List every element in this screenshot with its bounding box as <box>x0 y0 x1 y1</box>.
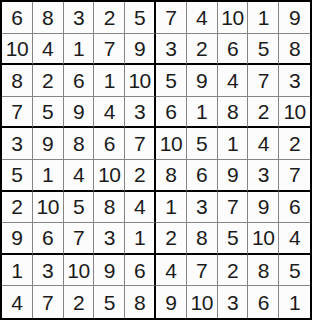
cell-r4c10[interactable]: 10 <box>279 97 310 129</box>
cell-r10c4[interactable]: 5 <box>94 286 125 318</box>
cell-r7c6[interactable]: 1 <box>156 192 187 224</box>
cell-r9c4[interactable]: 9 <box>94 255 125 287</box>
cell-r6c3[interactable]: 4 <box>64 160 95 192</box>
cell-r10c3[interactable]: 2 <box>64 286 95 318</box>
cell-r1c3[interactable]: 3 <box>64 2 95 34</box>
cell-r6c6[interactable]: 8 <box>156 160 187 192</box>
cell-r5c1[interactable]: 3 <box>2 128 33 160</box>
cell-r4c5[interactable]: 3 <box>125 97 156 129</box>
cell-r8c10[interactable]: 4 <box>279 223 310 255</box>
cell-r10c9[interactable]: 6 <box>248 286 279 318</box>
cell-r8c2[interactable]: 6 <box>33 223 64 255</box>
cell-r5c3[interactable]: 8 <box>64 128 95 160</box>
cell-r9c3[interactable]: 10 <box>64 255 95 287</box>
cell-r6c9[interactable]: 3 <box>248 160 279 192</box>
cell-r1c7[interactable]: 4 <box>187 2 218 34</box>
cell-r1c10[interactable]: 9 <box>279 2 310 34</box>
cell-r2c6[interactable]: 3 <box>156 34 187 66</box>
cell-r1c9[interactable]: 1 <box>248 2 279 34</box>
cell-r7c5[interactable]: 4 <box>125 192 156 224</box>
cell-r6c10[interactable]: 7 <box>279 160 310 192</box>
cell-r4c1[interactable]: 7 <box>2 97 33 129</box>
cell-r5c7[interactable]: 5 <box>187 128 218 160</box>
cell-r3c5[interactable]: 10 <box>125 65 156 97</box>
cell-r6c1[interactable]: 5 <box>2 160 33 192</box>
cell-r4c8[interactable]: 8 <box>218 97 249 129</box>
cell-r9c10[interactable]: 5 <box>279 255 310 287</box>
cell-r3c8[interactable]: 4 <box>218 65 249 97</box>
cell-r10c7[interactable]: 10 <box>187 286 218 318</box>
cell-r7c4[interactable]: 8 <box>94 192 125 224</box>
cell-r2c2[interactable]: 4 <box>33 34 64 66</box>
cell-r4c2[interactable]: 5 <box>33 97 64 129</box>
cell-r7c2[interactable]: 10 <box>33 192 64 224</box>
cell-r6c4[interactable]: 10 <box>94 160 125 192</box>
cell-r7c10[interactable]: 6 <box>279 192 310 224</box>
cell-r2c7[interactable]: 2 <box>187 34 218 66</box>
cell-r7c9[interactable]: 9 <box>248 192 279 224</box>
cell-r8c3[interactable]: 7 <box>64 223 95 255</box>
cell-r2c8[interactable]: 6 <box>218 34 249 66</box>
cell-r9c6[interactable]: 4 <box>156 255 187 287</box>
cell-r8c1[interactable]: 9 <box>2 223 33 255</box>
cell-r6c2[interactable]: 1 <box>33 160 64 192</box>
cell-r3c10[interactable]: 3 <box>279 65 310 97</box>
cell-r2c1[interactable]: 10 <box>2 34 33 66</box>
cell-r4c4[interactable]: 4 <box>94 97 125 129</box>
cell-r8c5[interactable]: 1 <box>125 223 156 255</box>
cell-r7c7[interactable]: 3 <box>187 192 218 224</box>
cell-r9c8[interactable]: 2 <box>218 255 249 287</box>
cell-r8c8[interactable]: 5 <box>218 223 249 255</box>
cell-r2c10[interactable]: 8 <box>279 34 310 66</box>
cell-r9c1[interactable]: 1 <box>2 255 33 287</box>
cell-r3c7[interactable]: 9 <box>187 65 218 97</box>
cell-r6c7[interactable]: 6 <box>187 160 218 192</box>
cell-r6c8[interactable]: 9 <box>218 160 249 192</box>
cell-r5c5[interactable]: 7 <box>125 128 156 160</box>
cell-r8c9[interactable]: 10 <box>248 223 279 255</box>
cell-r10c10[interactable]: 1 <box>279 286 310 318</box>
cell-r5c6[interactable]: 10 <box>156 128 187 160</box>
cell-r4c7[interactable]: 1 <box>187 97 218 129</box>
cell-r3c6[interactable]: 5 <box>156 65 187 97</box>
cell-r2c9[interactable]: 5 <box>248 34 279 66</box>
cell-r7c1[interactable]: 2 <box>2 192 33 224</box>
cell-r3c4[interactable]: 1 <box>94 65 125 97</box>
cell-r3c2[interactable]: 2 <box>33 65 64 97</box>
cell-r1c5[interactable]: 5 <box>125 2 156 34</box>
cell-r10c5[interactable]: 8 <box>125 286 156 318</box>
cell-r10c2[interactable]: 7 <box>33 286 64 318</box>
cell-r9c9[interactable]: 8 <box>248 255 279 287</box>
cell-r1c4[interactable]: 2 <box>94 2 125 34</box>
cell-r9c7[interactable]: 7 <box>187 255 218 287</box>
cell-r7c8[interactable]: 7 <box>218 192 249 224</box>
cell-r4c3[interactable]: 9 <box>64 97 95 129</box>
cell-r5c10[interactable]: 2 <box>279 128 310 160</box>
cell-r3c3[interactable]: 6 <box>64 65 95 97</box>
cell-r2c3[interactable]: 1 <box>64 34 95 66</box>
cell-r5c8[interactable]: 1 <box>218 128 249 160</box>
cell-r8c4[interactable]: 3 <box>94 223 125 255</box>
cell-r8c6[interactable]: 2 <box>156 223 187 255</box>
cell-r1c8[interactable]: 10 <box>218 2 249 34</box>
sudoku-board: 6832574101910417932658826110594737594361… <box>0 0 312 320</box>
cell-r10c8[interactable]: 3 <box>218 286 249 318</box>
cell-r2c4[interactable]: 7 <box>94 34 125 66</box>
cell-r4c9[interactable]: 2 <box>248 97 279 129</box>
cell-r3c1[interactable]: 8 <box>2 65 33 97</box>
cell-r2c5[interactable]: 9 <box>125 34 156 66</box>
cell-r7c3[interactable]: 5 <box>64 192 95 224</box>
cell-r8c7[interactable]: 8 <box>187 223 218 255</box>
cell-r10c1[interactable]: 4 <box>2 286 33 318</box>
cell-r6c5[interactable]: 2 <box>125 160 156 192</box>
cell-r4c6[interactable]: 6 <box>156 97 187 129</box>
cell-r5c4[interactable]: 6 <box>94 128 125 160</box>
cell-r1c6[interactable]: 7 <box>156 2 187 34</box>
cell-r5c9[interactable]: 4 <box>248 128 279 160</box>
cell-r10c6[interactable]: 9 <box>156 286 187 318</box>
cell-r5c2[interactable]: 9 <box>33 128 64 160</box>
cell-r1c2[interactable]: 8 <box>33 2 64 34</box>
cell-r9c2[interactable]: 3 <box>33 255 64 287</box>
cell-r1c1[interactable]: 6 <box>2 2 33 34</box>
cell-r3c9[interactable]: 7 <box>248 65 279 97</box>
cell-r9c5[interactable]: 6 <box>125 255 156 287</box>
